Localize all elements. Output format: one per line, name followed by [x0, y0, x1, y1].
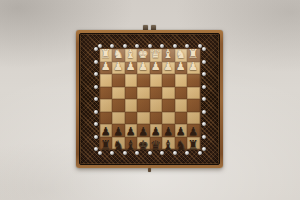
- stud-pin: [202, 97, 206, 101]
- square-a3[interactable]: [187, 74, 200, 87]
- square-a5[interactable]: [187, 99, 200, 112]
- square-f7[interactable]: ♟: [125, 124, 138, 137]
- square-h4[interactable]: [100, 87, 113, 100]
- stud-pin: [148, 151, 152, 155]
- square-b7[interactable]: ♟: [175, 124, 188, 137]
- stud-pin: [198, 151, 202, 155]
- stud-pin: [198, 44, 202, 48]
- black-rook[interactable]: ♜: [100, 138, 111, 151]
- stud-pin: [135, 151, 139, 155]
- square-a2[interactable]: ♟: [187, 62, 200, 75]
- stud-pin: [94, 110, 98, 114]
- square-d4[interactable]: [150, 87, 163, 100]
- square-f6[interactable]: [125, 112, 138, 125]
- square-c7[interactable]: ♟: [162, 124, 175, 137]
- stud-pin: [202, 72, 206, 76]
- stud-pin: [98, 44, 102, 48]
- stud-pin: [185, 44, 189, 48]
- square-b8[interactable]: ♞: [175, 137, 188, 150]
- square-d7[interactable]: ♟: [150, 124, 163, 137]
- square-h2[interactable]: ♟: [100, 62, 113, 75]
- square-h5[interactable]: [100, 99, 113, 112]
- black-knight[interactable]: ♞: [113, 138, 124, 151]
- square-c2[interactable]: ♟: [162, 62, 175, 75]
- square-b5[interactable]: [175, 99, 188, 112]
- square-h8[interactable]: ♜: [100, 137, 113, 150]
- stud-pin: [94, 60, 98, 64]
- stud-pin: [160, 151, 164, 155]
- square-g3[interactable]: [112, 74, 125, 87]
- square-f3[interactable]: [125, 74, 138, 87]
- square-g2[interactable]: ♟: [112, 62, 125, 75]
- white-pawn[interactable]: ♟: [163, 60, 173, 73]
- square-a6[interactable]: [187, 112, 200, 125]
- square-b4[interactable]: [175, 87, 188, 100]
- square-c8[interactable]: ♝: [162, 137, 175, 150]
- square-h6[interactable]: [100, 112, 113, 125]
- square-e3[interactable]: [137, 74, 150, 87]
- stud-pin: [202, 147, 206, 151]
- square-f2[interactable]: ♟: [125, 62, 138, 75]
- square-e2[interactable]: ♟: [137, 62, 150, 75]
- square-h7[interactable]: ♟: [100, 124, 113, 137]
- square-d2[interactable]: ♟: [150, 62, 163, 75]
- square-e4[interactable]: [137, 87, 150, 100]
- square-g7[interactable]: ♟: [112, 124, 125, 137]
- stud-pin: [202, 122, 206, 126]
- stud-pin: [94, 72, 98, 76]
- white-pawn[interactable]: ♟: [113, 60, 123, 73]
- square-f8[interactable]: ♝: [125, 137, 138, 150]
- square-b3[interactable]: [175, 74, 188, 87]
- stud-pin: [148, 44, 152, 48]
- black-king[interactable]: ♚: [138, 138, 149, 151]
- stud-pin: [202, 60, 206, 64]
- stud-pin: [94, 135, 98, 139]
- white-pawn[interactable]: ♟: [101, 60, 111, 73]
- stud-pin: [202, 135, 206, 139]
- square-e6[interactable]: [137, 112, 150, 125]
- square-a4[interactable]: [187, 87, 200, 100]
- square-c3[interactable]: [162, 74, 175, 87]
- square-b2[interactable]: ♟: [175, 62, 188, 75]
- stud-pin: [160, 44, 164, 48]
- stud-pin: [173, 151, 177, 155]
- square-c5[interactable]: [162, 99, 175, 112]
- black-bishop[interactable]: ♝: [125, 138, 136, 151]
- square-d5[interactable]: [150, 99, 163, 112]
- square-g5[interactable]: [112, 99, 125, 112]
- square-f5[interactable]: [125, 99, 138, 112]
- board-field[interactable]: ♜♞♝♚♛♝♞♜♟♟♟♟♟♟♟♟♟♟♟♟♟♟♟♟♜♞♝♚♛♝♞♜: [99, 48, 201, 150]
- stud-pin: [94, 47, 98, 51]
- white-pawn[interactable]: ♟: [126, 60, 136, 73]
- stud-pin: [202, 85, 206, 89]
- stud-pin: [202, 47, 206, 51]
- stud-pin: [94, 97, 98, 101]
- square-e8[interactable]: ♚: [137, 137, 150, 150]
- stud-pin: [202, 110, 206, 114]
- square-a7[interactable]: ♟: [187, 124, 200, 137]
- square-d3[interactable]: [150, 74, 163, 87]
- black-rook[interactable]: ♜: [188, 138, 199, 151]
- square-c6[interactable]: [162, 112, 175, 125]
- black-knight[interactable]: ♞: [175, 138, 186, 151]
- square-b6[interactable]: [175, 112, 188, 125]
- square-f4[interactable]: [125, 87, 138, 100]
- square-g4[interactable]: [112, 87, 125, 100]
- stud-pin: [94, 122, 98, 126]
- stud-pin: [123, 151, 127, 155]
- square-h3[interactable]: [100, 74, 113, 87]
- square-d8[interactable]: ♛: [150, 137, 163, 150]
- square-c4[interactable]: [162, 87, 175, 100]
- black-bishop[interactable]: ♝: [163, 138, 174, 151]
- white-pawn[interactable]: ♟: [188, 60, 198, 73]
- stud-pin: [98, 151, 102, 155]
- wall-background: ♜♞♝♚♛♝♞♜♟♟♟♟♟♟♟♟♟♟♟♟♟♟♟♟♜♞♝♚♛♝♞♜: [0, 0, 300, 200]
- square-e7[interactable]: ♟: [137, 124, 150, 137]
- stud-pin: [94, 147, 98, 151]
- stud-pin: [94, 85, 98, 89]
- stud-pin: [123, 44, 127, 48]
- white-pawn[interactable]: ♟: [138, 60, 148, 73]
- square-g8[interactable]: ♞: [112, 137, 125, 150]
- square-e5[interactable]: [137, 99, 150, 112]
- stud-pin: [110, 44, 114, 48]
- white-pawn[interactable]: ♟: [151, 60, 161, 73]
- square-d6[interactable]: [150, 112, 163, 125]
- square-a8[interactable]: ♜: [187, 137, 200, 150]
- carved-frame: ♜♞♝♚♛♝♞♜♟♟♟♟♟♟♟♟♟♟♟♟♟♟♟♟♜♞♝♚♛♝♞♜: [79, 33, 220, 165]
- square-g6[interactable]: [112, 112, 125, 125]
- chess-board-box: ♜♞♝♚♛♝♞♜♟♟♟♟♟♟♟♟♟♟♟♟♟♟♟♟♜♞♝♚♛♝♞♜: [76, 30, 223, 168]
- white-pawn[interactable]: ♟: [176, 60, 186, 73]
- latch: [148, 168, 151, 172]
- stud-pin: [185, 151, 189, 155]
- stud-pin: [173, 44, 177, 48]
- black-queen[interactable]: ♛: [150, 138, 161, 151]
- stud-pin: [135, 44, 139, 48]
- stud-pin: [110, 151, 114, 155]
